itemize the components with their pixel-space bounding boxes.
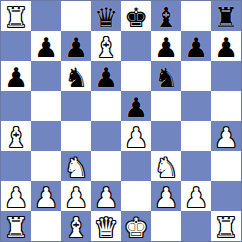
square-e8[interactable]: ♚ [121,1,151,31]
square-c6[interactable]: ♞ [61,61,91,91]
square-h6[interactable] [211,61,241,91]
square-a5[interactable] [1,91,31,121]
square-b7[interactable]: ♟ [31,31,61,61]
square-g6[interactable] [181,61,211,91]
piece-white-pawn[interactable]: ♟ [94,184,118,211]
piece-black-rook[interactable]: ♜ [214,4,238,31]
square-d5[interactable] [91,91,121,121]
square-h4[interactable]: ♟ [211,121,241,151]
square-a1[interactable]: ♜ [1,211,31,241]
piece-white-rook[interactable]: ♜ [214,214,238,241]
square-e4[interactable]: ♟ [121,121,151,151]
piece-white-knight[interactable]: ♞ [154,154,178,181]
square-f4[interactable] [151,121,181,151]
piece-black-pawn[interactable]: ♟ [4,64,28,91]
square-c2[interactable]: ♟ [61,181,91,211]
square-c8[interactable] [61,1,91,31]
square-d6[interactable]: ♟ [91,61,121,91]
piece-white-pawn[interactable]: ♟ [34,184,58,211]
square-g1[interactable] [181,211,211,241]
piece-white-bishop[interactable]: ♝ [94,34,118,61]
square-h7[interactable]: ♟ [211,31,241,61]
square-a4[interactable]: ♝ [1,121,31,151]
square-d2[interactable]: ♟ [91,181,121,211]
square-h5[interactable] [211,91,241,121]
piece-black-bishop[interactable]: ♝ [154,4,178,31]
square-f2[interactable]: ♟ [151,181,181,211]
square-a8[interactable]: ♜ [1,1,31,31]
square-c4[interactable] [61,121,91,151]
square-b5[interactable] [31,91,61,121]
piece-black-pawn[interactable]: ♟ [34,34,58,61]
square-g2[interactable]: ♟ [181,181,211,211]
square-h1[interactable]: ♜ [211,211,241,241]
square-e3[interactable] [121,151,151,181]
square-d4[interactable] [91,121,121,151]
square-a3[interactable] [1,151,31,181]
piece-white-pawn[interactable]: ♟ [4,184,28,211]
piece-white-rook[interactable]: ♜ [4,4,28,31]
square-g3[interactable] [181,151,211,181]
square-e2[interactable] [121,181,151,211]
piece-white-pawn[interactable]: ♟ [154,184,178,211]
piece-black-pawn[interactable]: ♟ [94,64,118,91]
piece-black-pawn[interactable]: ♟ [214,34,238,61]
square-g4[interactable] [181,121,211,151]
square-d8[interactable]: ♛ [91,1,121,31]
square-b4[interactable] [31,121,61,151]
square-f8[interactable]: ♝ [151,1,181,31]
piece-white-queen[interactable]: ♛ [94,214,118,241]
square-d1[interactable]: ♛ [91,211,121,241]
chess-board: ♜♛♚♝♜♟♟♝♟♟♟♟♞♟♞♟♝♟♟♞♞♟♟♟♟♟♟♜♝♛♚♜ [0,0,242,242]
piece-white-pawn[interactable]: ♟ [214,124,238,151]
square-d7[interactable]: ♝ [91,31,121,61]
piece-black-queen[interactable]: ♛ [94,4,118,31]
square-b1[interactable] [31,211,61,241]
square-a7[interactable] [1,31,31,61]
square-f7[interactable]: ♟ [151,31,181,61]
square-d3[interactable] [91,151,121,181]
square-g7[interactable]: ♟ [181,31,211,61]
square-f6[interactable]: ♞ [151,61,181,91]
piece-black-pawn[interactable]: ♟ [154,34,178,61]
square-e6[interactable] [121,61,151,91]
piece-black-knight[interactable]: ♞ [64,64,88,91]
square-f1[interactable] [151,211,181,241]
square-c1[interactable]: ♝ [61,211,91,241]
piece-black-pawn[interactable]: ♟ [64,34,88,61]
square-a2[interactable]: ♟ [1,181,31,211]
square-h3[interactable] [211,151,241,181]
piece-black-pawn[interactable]: ♟ [184,34,208,61]
piece-white-king[interactable]: ♚ [124,214,148,241]
piece-black-knight[interactable]: ♞ [154,64,178,91]
square-e7[interactable] [121,31,151,61]
piece-white-bishop[interactable]: ♝ [4,124,28,151]
piece-black-pawn[interactable]: ♟ [124,94,148,121]
square-c5[interactable] [61,91,91,121]
piece-white-bishop[interactable]: ♝ [64,214,88,241]
square-g5[interactable] [181,91,211,121]
square-c7[interactable]: ♟ [61,31,91,61]
piece-black-king[interactable]: ♚ [124,4,148,31]
piece-white-rook[interactable]: ♜ [4,214,28,241]
square-f3[interactable]: ♞ [151,151,181,181]
square-b2[interactable]: ♟ [31,181,61,211]
square-e5[interactable]: ♟ [121,91,151,121]
piece-white-pawn[interactable]: ♟ [64,184,88,211]
square-f5[interactable] [151,91,181,121]
square-b3[interactable] [31,151,61,181]
square-b8[interactable] [31,1,61,31]
square-g8[interactable] [181,1,211,31]
square-h2[interactable] [211,181,241,211]
square-a6[interactable]: ♟ [1,61,31,91]
piece-white-pawn[interactable]: ♟ [184,184,208,211]
square-b6[interactable] [31,61,61,91]
piece-white-pawn[interactable]: ♟ [124,124,148,151]
square-c3[interactable]: ♞ [61,151,91,181]
square-e1[interactable]: ♚ [121,211,151,241]
square-h8[interactable]: ♜ [211,1,241,31]
piece-white-knight[interactable]: ♞ [64,154,88,181]
